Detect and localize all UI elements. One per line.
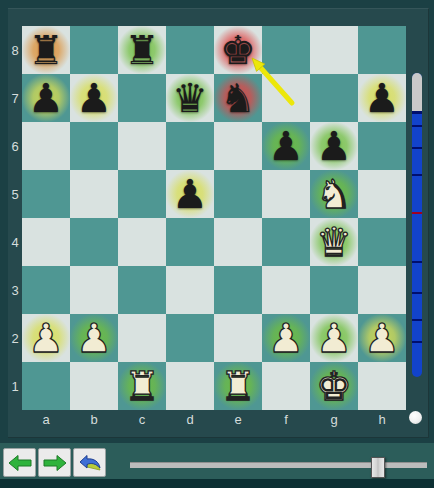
eval-tick [412, 125, 422, 127]
piece-black-pawn[interactable]: ♟ [364, 74, 400, 122]
piece-black-pawn[interactable]: ♟ [268, 122, 304, 170]
square-c8[interactable]: ♜ [118, 26, 166, 74]
square-g8[interactable] [310, 26, 358, 74]
board-frame: 87654321 abcdefgh ♜♜♚♟♟♛♞♟♟♟♟♞♛♟♟♟♟♟♜♜♚ [8, 8, 429, 438]
square-d4[interactable] [166, 218, 214, 266]
square-h7[interactable]: ♟ [358, 74, 406, 122]
square-d1[interactable] [166, 362, 214, 410]
rank-label-1: 1 [8, 362, 22, 410]
rank-label-5: 5 [8, 170, 22, 218]
file-label-b: b [70, 412, 118, 427]
square-b2[interactable]: ♟ [70, 314, 118, 362]
eval-tick [412, 341, 422, 343]
square-a7[interactable]: ♟ [22, 74, 70, 122]
piece-black-rook[interactable]: ♜ [124, 26, 160, 74]
eval-tick [412, 147, 422, 149]
square-a4[interactable] [22, 218, 70, 266]
square-e2[interactable] [214, 314, 262, 362]
square-f8[interactable] [262, 26, 310, 74]
rank-label-2: 2 [8, 314, 22, 362]
square-d2[interactable] [166, 314, 214, 362]
rank-label-8: 8 [8, 26, 22, 74]
square-g3[interactable] [310, 266, 358, 314]
eval-tick [412, 261, 422, 263]
piece-white-pawn[interactable]: ♟ [364, 314, 400, 362]
square-c5[interactable] [118, 170, 166, 218]
square-b1[interactable] [70, 362, 118, 410]
square-b4[interactable] [70, 218, 118, 266]
piece-black-king[interactable]: ♚ [220, 26, 256, 74]
piece-white-pawn[interactable]: ♟ [316, 314, 352, 362]
square-a8[interactable]: ♜ [22, 26, 70, 74]
square-e4[interactable] [214, 218, 262, 266]
piece-black-pawn[interactable]: ♟ [28, 74, 64, 122]
square-e6[interactable] [214, 122, 262, 170]
piece-black-pawn[interactable]: ♟ [172, 170, 208, 218]
undo-button[interactable] [73, 448, 106, 477]
square-f4[interactable] [262, 218, 310, 266]
rank-label-3: 3 [8, 266, 22, 314]
square-d5[interactable]: ♟ [166, 170, 214, 218]
eval-white-segment [412, 73, 422, 111]
file-label-f: f [262, 412, 310, 427]
square-f6[interactable]: ♟ [262, 122, 310, 170]
chess-app-window: 87654321 abcdefgh ♜♜♚♟♟♛♞♟♟♟♟♞♛♟♟♟♟♟♜♜♚ [0, 0, 434, 488]
chess-board[interactable]: ♜♜♚♟♟♛♞♟♟♟♟♞♛♟♟♟♟♟♜♜♚ [22, 26, 406, 410]
undo-arrow-icon [78, 454, 102, 472]
square-f2[interactable]: ♟ [262, 314, 310, 362]
piece-white-pawn[interactable]: ♟ [28, 314, 64, 362]
square-c1[interactable]: ♜ [118, 362, 166, 410]
square-b6[interactable] [70, 122, 118, 170]
slider-handle[interactable] [371, 457, 385, 478]
piece-black-pawn[interactable]: ♟ [76, 74, 112, 122]
square-b3[interactable] [70, 266, 118, 314]
piece-black-queen[interactable]: ♛ [172, 74, 208, 122]
square-c6[interactable] [118, 122, 166, 170]
square-g1[interactable]: ♚ [310, 362, 358, 410]
square-a1[interactable] [22, 362, 70, 410]
left-arrow-icon [8, 454, 32, 472]
square-h8[interactable] [358, 26, 406, 74]
evaluation-bar [412, 73, 422, 377]
back-button[interactable] [3, 448, 36, 477]
toolbar [0, 443, 434, 479]
square-b5[interactable] [70, 170, 118, 218]
piece-white-knight[interactable]: ♞ [316, 170, 352, 218]
square-d7[interactable]: ♛ [166, 74, 214, 122]
eval-tick [412, 174, 422, 176]
square-d8[interactable] [166, 26, 214, 74]
square-h4[interactable] [358, 218, 406, 266]
square-e5[interactable] [214, 170, 262, 218]
move-slider[interactable] [130, 443, 427, 479]
piece-white-king[interactable]: ♚ [316, 362, 352, 410]
piece-white-pawn[interactable]: ♟ [268, 314, 304, 362]
piece-white-rook[interactable]: ♜ [220, 362, 256, 410]
square-a5[interactable] [22, 170, 70, 218]
eval-tick [412, 111, 422, 114]
square-d3[interactable] [166, 266, 214, 314]
square-a6[interactable] [22, 122, 70, 170]
piece-white-rook[interactable]: ♜ [124, 362, 160, 410]
square-c3[interactable] [118, 266, 166, 314]
file-label-a: a [22, 412, 70, 427]
square-f1[interactable] [262, 362, 310, 410]
square-f3[interactable] [262, 266, 310, 314]
square-g7[interactable] [310, 74, 358, 122]
square-c7[interactable] [118, 74, 166, 122]
piece-black-rook[interactable]: ♜ [28, 26, 64, 74]
square-g5[interactable]: ♞ [310, 170, 358, 218]
square-g4[interactable]: ♛ [310, 218, 358, 266]
file-label-c: c [118, 412, 166, 427]
square-h5[interactable] [358, 170, 406, 218]
eval-tick [412, 212, 422, 214]
rank-label-4: 4 [8, 218, 22, 266]
rank-label-6: 6 [8, 122, 22, 170]
square-e7[interactable]: ♞ [214, 74, 262, 122]
forward-button[interactable] [38, 448, 71, 477]
square-e3[interactable] [214, 266, 262, 314]
square-e1[interactable]: ♜ [214, 362, 262, 410]
square-a2[interactable]: ♟ [22, 314, 70, 362]
square-f5[interactable] [262, 170, 310, 218]
square-a3[interactable] [22, 266, 70, 314]
piece-black-pawn[interactable]: ♟ [316, 122, 352, 170]
square-d6[interactable] [166, 122, 214, 170]
square-c2[interactable] [118, 314, 166, 362]
eval-tick [412, 292, 422, 294]
rank-label-7: 7 [8, 74, 22, 122]
piece-white-pawn[interactable]: ♟ [76, 314, 112, 362]
white-to-move-indicator [409, 411, 422, 424]
square-h2[interactable]: ♟ [358, 314, 406, 362]
file-label-h: h [358, 412, 406, 427]
square-h6[interactable] [358, 122, 406, 170]
square-g2[interactable]: ♟ [310, 314, 358, 362]
piece-black-knight[interactable]: ♞ [220, 74, 256, 122]
eval-tick [412, 319, 422, 321]
square-c4[interactable] [118, 218, 166, 266]
square-f7[interactable] [262, 74, 310, 122]
square-e8[interactable]: ♚ [214, 26, 262, 74]
square-g6[interactable]: ♟ [310, 122, 358, 170]
right-arrow-icon [43, 454, 67, 472]
square-b7[interactable]: ♟ [70, 74, 118, 122]
status-strip [0, 479, 434, 488]
file-label-d: d [166, 412, 214, 427]
square-b8[interactable] [70, 26, 118, 74]
file-label-e: e [214, 412, 262, 427]
file-label-g: g [310, 412, 358, 427]
piece-white-queen[interactable]: ♛ [316, 218, 352, 266]
square-h3[interactable] [358, 266, 406, 314]
square-h1[interactable] [358, 362, 406, 410]
